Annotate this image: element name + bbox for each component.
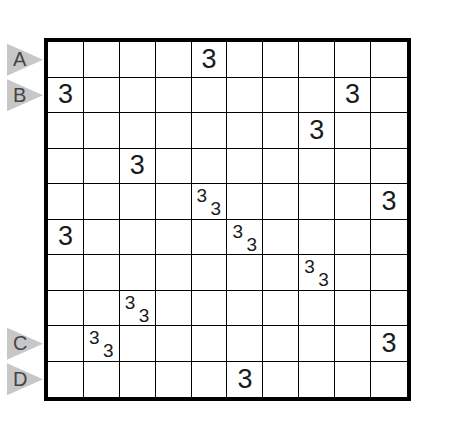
cell-r7c1[interactable] (48, 255, 84, 291)
cell-r5c4[interactable] (156, 184, 192, 220)
cell-r7c6[interactable] (227, 255, 263, 291)
cell-r4c4[interactable] (156, 149, 192, 185)
cell-r7c7[interactable] (263, 255, 299, 291)
cell-r3c9[interactable] (335, 113, 371, 149)
cell-r10c8[interactable] (299, 362, 335, 398)
cell-r8c4[interactable] (156, 291, 192, 327)
cell-r5c5[interactable]: 33 (192, 184, 228, 220)
cell-r7c2[interactable] (84, 255, 120, 291)
cell-r9c10[interactable]: 3 (371, 326, 407, 362)
cell-r5c10[interactable]: 3 (371, 184, 407, 220)
cell-r7c8[interactable]: 33 (299, 255, 335, 291)
cell-r5c7[interactable] (263, 184, 299, 220)
clue-pair-second-3: 3 (211, 199, 222, 218)
cell-r2c8[interactable] (299, 78, 335, 114)
cell-r4c6[interactable] (227, 149, 263, 185)
clue-single-3: 3 (58, 81, 73, 108)
cell-r8c2[interactable] (84, 291, 120, 327)
clue-pair-second-3: 3 (318, 270, 329, 289)
cell-r3c8[interactable]: 3 (299, 113, 335, 149)
cell-r6c7[interactable] (263, 220, 299, 256)
clue-pair-second-3: 3 (139, 306, 150, 325)
clue-pair-first-3: 3 (304, 257, 315, 276)
clue-single-3: 3 (381, 188, 396, 215)
cell-r2c1[interactable]: 3 (48, 78, 84, 114)
clue-single-3: 3 (309, 117, 324, 144)
cell-r6c3[interactable] (120, 220, 156, 256)
cell-r10c6[interactable]: 3 (227, 362, 263, 398)
clue-single-3: 3 (381, 330, 396, 357)
cell-r8c9[interactable] (335, 291, 371, 327)
cell-r1c1[interactable] (48, 42, 84, 78)
cell-r7c3[interactable] (120, 255, 156, 291)
cell-r3c1[interactable] (48, 113, 84, 149)
clue-pair-first-3: 3 (197, 186, 208, 205)
cell-r8c1[interactable] (48, 291, 84, 327)
cell-r6c1[interactable]: 3 (48, 220, 84, 256)
cell-r10c1[interactable] (48, 362, 84, 398)
cell-r9c1[interactable] (48, 326, 84, 362)
cell-r7c4[interactable] (156, 255, 192, 291)
cell-r9c3[interactable] (120, 326, 156, 362)
cell-r1c7[interactable] (263, 42, 299, 78)
clue-single-3: 3 (130, 152, 145, 179)
cell-r1c9[interactable] (335, 42, 371, 78)
cell-r5c6[interactable] (227, 184, 263, 220)
cell-r4c8[interactable] (299, 149, 335, 185)
cell-r2c10[interactable] (371, 78, 407, 114)
cell-r3c4[interactable] (156, 113, 192, 149)
cell-r4c2[interactable] (84, 149, 120, 185)
cell-r9c9[interactable] (335, 326, 371, 362)
cell-r2c5[interactable] (192, 78, 228, 114)
cell-r6c8[interactable] (299, 220, 335, 256)
cell-r5c1[interactable] (48, 184, 84, 220)
row-marker-a-arrow-icon: A (7, 44, 43, 76)
cell-r2c2[interactable] (84, 78, 120, 114)
cell-r3c5[interactable] (192, 113, 228, 149)
cell-r10c5[interactable] (192, 362, 228, 398)
cell-r6c10[interactable] (371, 220, 407, 256)
clue-pair-first-3: 3 (89, 328, 100, 347)
cell-r9c5[interactable] (192, 326, 228, 362)
cell-r10c10[interactable] (371, 362, 407, 398)
cell-r7c10[interactable] (371, 255, 407, 291)
cell-r1c10[interactable] (371, 42, 407, 78)
cell-r2c7[interactable] (263, 78, 299, 114)
cell-r9c7[interactable] (263, 326, 299, 362)
cell-r2c4[interactable] (156, 78, 192, 114)
cell-r8c5[interactable] (192, 291, 228, 327)
cell-r6c6[interactable]: 33 (227, 220, 263, 256)
cell-r4c5[interactable] (192, 149, 228, 185)
cell-r1c8[interactable] (299, 42, 335, 78)
cell-r8c6[interactable] (227, 291, 263, 327)
cell-r1c2[interactable] (84, 42, 120, 78)
cell-r1c5[interactable]: 3 (192, 42, 228, 78)
cell-r8c10[interactable] (371, 291, 407, 327)
cell-r4c10[interactable] (371, 149, 407, 185)
clue-pair-first-3: 3 (125, 293, 136, 312)
cell-r5c3[interactable] (120, 184, 156, 220)
row-marker-label: B (13, 84, 26, 107)
cell-r10c3[interactable] (120, 362, 156, 398)
row-marker-label: D (13, 368, 27, 391)
cell-r9c6[interactable] (227, 326, 263, 362)
tapa-puzzle-stage: 3333333333333333333 ABCD (0, 0, 455, 443)
cell-r10c2[interactable] (84, 362, 120, 398)
cell-r1c6[interactable] (227, 42, 263, 78)
row-marker-d-arrow-icon: D (7, 363, 43, 395)
cell-r10c9[interactable] (335, 362, 371, 398)
cell-r9c4[interactable] (156, 326, 192, 362)
cell-r9c8[interactable] (299, 326, 335, 362)
cell-r6c5[interactable] (192, 220, 228, 256)
cell-r4c9[interactable] (335, 149, 371, 185)
clue-pair-second-3: 3 (103, 341, 114, 360)
cell-r8c8[interactable] (299, 291, 335, 327)
cell-r7c5[interactable] (192, 255, 228, 291)
row-marker-c-arrow-icon: C (7, 328, 43, 360)
cell-r3c7[interactable] (263, 113, 299, 149)
cell-r4c3[interactable]: 3 (120, 149, 156, 185)
clue-single-3: 3 (201, 46, 216, 73)
cell-r3c3[interactable] (120, 113, 156, 149)
cell-r3c2[interactable] (84, 113, 120, 149)
row-marker-b-arrow-icon: B (7, 79, 43, 111)
cell-r5c8[interactable] (299, 184, 335, 220)
clue-single-3: 3 (345, 81, 360, 108)
cell-r1c4[interactable] (156, 42, 192, 78)
tapa-board: 3333333333333333333 (44, 38, 411, 401)
cell-r5c9[interactable] (335, 184, 371, 220)
cell-r10c4[interactable] (156, 362, 192, 398)
cell-r4c1[interactable] (48, 149, 84, 185)
cell-r6c4[interactable] (156, 220, 192, 256)
cell-r5c2[interactable] (84, 184, 120, 220)
cell-r3c10[interactable] (371, 113, 407, 149)
cell-r10c7[interactable] (263, 362, 299, 398)
cell-r8c3[interactable]: 33 (120, 291, 156, 327)
clue-single-3: 3 (237, 366, 252, 393)
cell-r7c9[interactable] (335, 255, 371, 291)
cell-r2c3[interactable] (120, 78, 156, 114)
cell-r6c2[interactable] (84, 220, 120, 256)
cell-r4c7[interactable] (263, 149, 299, 185)
cell-r2c9[interactable]: 3 (335, 78, 371, 114)
row-marker-label: C (13, 332, 27, 355)
cell-r3c6[interactable] (227, 113, 263, 149)
cell-r1c3[interactable] (120, 42, 156, 78)
row-marker-label: A (13, 48, 26, 71)
cell-r9c2[interactable]: 33 (84, 326, 120, 362)
cell-r8c7[interactable] (263, 291, 299, 327)
clue-pair-second-3: 3 (246, 235, 257, 254)
cell-r6c9[interactable] (335, 220, 371, 256)
cell-r2c6[interactable] (227, 78, 263, 114)
clue-single-3: 3 (58, 223, 73, 250)
clue-pair-first-3: 3 (232, 222, 243, 241)
